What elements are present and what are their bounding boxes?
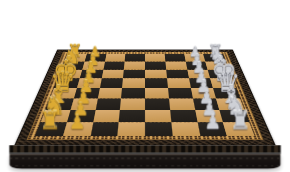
- square-b4: [119, 110, 145, 122]
- square-a4: [118, 122, 145, 136]
- square-d3: [97, 88, 122, 98]
- square-a5: [145, 122, 172, 136]
- piece-white-pawn: ♟: [69, 113, 86, 132]
- case-front: [9, 145, 280, 166]
- square-h4: [125, 54, 145, 62]
- square-f6: [166, 70, 189, 79]
- square-b3: [93, 110, 120, 122]
- square-c3: [95, 98, 121, 109]
- piece-white-rook: ♜: [40, 109, 61, 133]
- square-g4: [124, 61, 145, 69]
- chess-case: ♜♟♟♜♞♟♟♞♝♟♟♝♚♟♟♚♛♟♟♛♝♟♟♝♞♟♟♞♜♟♟♜: [14, 50, 275, 146]
- leather-case-side: [9, 154, 280, 169]
- square-f3: [101, 70, 124, 79]
- piece-black-pawn: ♟: [204, 113, 221, 132]
- square-h5: [145, 54, 165, 62]
- square-e6: [167, 78, 191, 88]
- square-e4: [122, 78, 145, 88]
- square-f5: [145, 70, 167, 79]
- square-d6: [168, 88, 193, 98]
- square-a2: ♟: [63, 122, 93, 136]
- square-f4: [123, 70, 145, 79]
- chess-set-photo: ♜♟♟♜♞♟♟♞♝♟♟♝♚♟♟♚♛♟♟♛♝♟♟♝♞♟♟♞♜♟♟♜: [0, 0, 290, 172]
- carved-frame: ♜♟♟♜♞♟♟♞♝♟♟♝♚♟♟♚♛♟♟♛♝♟♟♝♞♟♟♞♜♟♟♜: [14, 50, 275, 146]
- decorative-gold-border: ♜♟♟♜♞♟♟♞♝♟♟♝♚♟♟♚♛♟♟♛♝♟♟♝♞♟♟♞♜♟♟♜: [26, 52, 263, 140]
- square-g3: [103, 61, 125, 69]
- square-d5: [145, 88, 169, 98]
- chess-board: ♜♟♟♜♞♟♟♞♝♟♟♝♚♟♟♚♛♟♟♛♝♟♟♝♞♟♟♞♜♟♟♜: [35, 54, 254, 136]
- square-h3: [105, 54, 126, 62]
- square-a6: [171, 122, 200, 136]
- square-b6: [170, 110, 197, 122]
- square-c4: [120, 98, 145, 109]
- square-c5: [145, 98, 170, 109]
- square-d4: [121, 88, 145, 98]
- square-g5: [145, 61, 166, 69]
- square-a7: ♟: [197, 122, 227, 136]
- carved-bevel-edge: [9, 145, 280, 154]
- square-e5: [145, 78, 168, 88]
- piece-black-rook: ♜: [229, 109, 250, 133]
- square-c6: [169, 98, 195, 109]
- square-a1: ♜: [35, 122, 66, 136]
- square-a3: [90, 122, 119, 136]
- square-b5: [145, 110, 171, 122]
- square-a8: ♜: [223, 122, 254, 136]
- square-g6: [165, 61, 187, 69]
- square-e3: [100, 78, 124, 88]
- square-h6: [164, 54, 185, 62]
